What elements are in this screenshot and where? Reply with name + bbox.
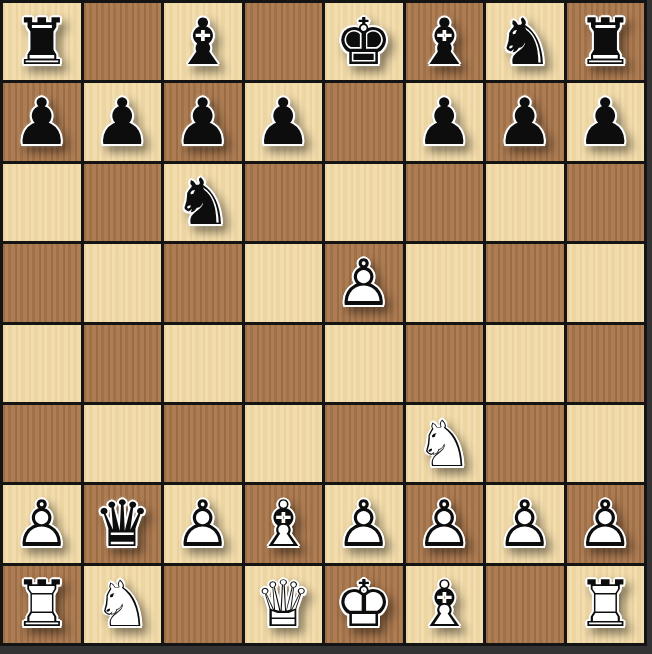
square-h7[interactable]: ♟: [567, 83, 645, 160]
white-rook-a1[interactable]: ♜♖: [13, 572, 70, 636]
white-queen-d1[interactable]: ♛♕: [255, 572, 312, 636]
square-h2[interactable]: ♟♙: [567, 485, 645, 562]
piece-outline-layer: ♕: [255, 572, 312, 636]
piece-outline-layer: ♙: [13, 492, 70, 556]
black-bishop-f8[interactable]: ♝: [416, 10, 473, 74]
piece-outline-layer: ♗: [416, 572, 473, 636]
square-b5[interactable]: [84, 244, 162, 321]
square-b6[interactable]: [84, 164, 162, 241]
piece-outline-layer: ♖: [13, 572, 70, 636]
square-f4[interactable]: [406, 325, 484, 402]
square-b7[interactable]: ♟: [84, 83, 162, 160]
square-c7[interactable]: ♟: [164, 83, 242, 160]
black-pawn-f7[interactable]: ♟: [416, 90, 473, 154]
square-e8[interactable]: ♚: [325, 3, 403, 80]
black-pawn-a7[interactable]: ♟: [13, 90, 70, 154]
square-g7[interactable]: ♟: [486, 83, 564, 160]
black-pawn-d7[interactable]: ♟: [255, 90, 312, 154]
square-e4[interactable]: [325, 325, 403, 402]
square-h4[interactable]: [567, 325, 645, 402]
white-rook-h1[interactable]: ♜♖: [577, 572, 634, 636]
square-b3[interactable]: [84, 405, 162, 482]
piece-outline-layer: ♙: [416, 492, 473, 556]
piece-outline-layer: ♙: [335, 251, 392, 315]
square-a3[interactable]: [3, 405, 81, 482]
square-a1[interactable]: ♜♖: [3, 566, 81, 643]
square-h6[interactable]: [567, 164, 645, 241]
square-b2[interactable]: ♛: [84, 485, 162, 562]
black-pawn-b7[interactable]: ♟: [94, 90, 151, 154]
square-e5[interactable]: ♟♙: [325, 244, 403, 321]
white-pawn-e5[interactable]: ♟♙: [335, 251, 392, 315]
square-c6[interactable]: ♞: [164, 164, 242, 241]
black-rook-a8[interactable]: ♜: [13, 10, 70, 74]
white-pawn-e2[interactable]: ♟♙: [335, 492, 392, 556]
square-f8[interactable]: ♝: [406, 3, 484, 80]
square-b8[interactable]: [84, 3, 162, 80]
square-g4[interactable]: [486, 325, 564, 402]
square-d6[interactable]: [245, 164, 323, 241]
square-h3[interactable]: [567, 405, 645, 482]
square-b4[interactable]: [84, 325, 162, 402]
white-bishop-f1[interactable]: ♝♗: [416, 572, 473, 636]
square-e7[interactable]: [325, 83, 403, 160]
piece-outline-layer: ♙: [496, 492, 553, 556]
piece-outline-layer: ♙: [577, 492, 634, 556]
square-f3[interactable]: ♞♘: [406, 405, 484, 482]
square-a7[interactable]: ♟: [3, 83, 81, 160]
piece-outline-layer: ♙: [335, 492, 392, 556]
square-f5[interactable]: [406, 244, 484, 321]
black-pawn-c7[interactable]: ♟: [174, 90, 231, 154]
square-g2[interactable]: ♟♙: [486, 485, 564, 562]
square-d8[interactable]: [245, 3, 323, 80]
black-pawn-g7[interactable]: ♟: [496, 90, 553, 154]
square-g8[interactable]: ♞: [486, 3, 564, 80]
square-e1[interactable]: ♚♔: [325, 566, 403, 643]
square-h1[interactable]: ♜♖: [567, 566, 645, 643]
square-a2[interactable]: ♟♙: [3, 485, 81, 562]
square-c1[interactable]: [164, 566, 242, 643]
square-b1[interactable]: ♞♘: [84, 566, 162, 643]
square-c3[interactable]: [164, 405, 242, 482]
square-c8[interactable]: ♝: [164, 3, 242, 80]
black-king-e8[interactable]: ♚: [335, 10, 392, 74]
square-a4[interactable]: [3, 325, 81, 402]
square-d2[interactable]: ♝♗: [245, 485, 323, 562]
square-c2[interactable]: ♟♙: [164, 485, 242, 562]
white-knight-b1[interactable]: ♞♘: [94, 572, 151, 636]
white-pawn-f2[interactable]: ♟♙: [416, 492, 473, 556]
square-h5[interactable]: [567, 244, 645, 321]
white-pawn-c2[interactable]: ♟♙: [174, 492, 231, 556]
white-king-e1[interactable]: ♚♔: [335, 572, 392, 636]
piece-outline-layer: ♗: [255, 492, 312, 556]
square-a5[interactable]: [3, 244, 81, 321]
black-pawn-h7[interactable]: ♟: [577, 90, 634, 154]
square-e6[interactable]: [325, 164, 403, 241]
square-g1[interactable]: [486, 566, 564, 643]
square-d3[interactable]: [245, 405, 323, 482]
white-pawn-g2[interactable]: ♟♙: [496, 492, 553, 556]
white-knight-f3[interactable]: ♞♘: [416, 412, 473, 476]
square-e2[interactable]: ♟♙: [325, 485, 403, 562]
board-frame: ♜♝♚♝♞♜♟♟♟♟♟♟♟♞♟♙♞♘♟♙♛♟♙♝♗♟♙♟♙♟♙♟♙♜♖♞♘♛♕♚…: [0, 0, 652, 654]
black-bishop-c8[interactable]: ♝: [174, 10, 231, 74]
square-d7[interactable]: ♟: [245, 83, 323, 160]
black-knight-g8[interactable]: ♞: [496, 10, 553, 74]
chess-board: ♜♝♚♝♞♜♟♟♟♟♟♟♟♞♟♙♞♘♟♙♛♟♙♝♗♟♙♟♙♟♙♟♙♜♖♞♘♛♕♚…: [0, 0, 647, 646]
piece-outline-layer: ♘: [416, 412, 473, 476]
square-a6[interactable]: [3, 164, 81, 241]
square-g5[interactable]: [486, 244, 564, 321]
black-queen-b2[interactable]: ♛: [94, 492, 151, 556]
square-f1[interactable]: ♝♗: [406, 566, 484, 643]
square-d4[interactable]: [245, 325, 323, 402]
black-rook-h8[interactable]: ♜: [577, 10, 634, 74]
white-pawn-h2[interactable]: ♟♙: [577, 492, 634, 556]
white-pawn-a2[interactable]: ♟♙: [13, 492, 70, 556]
square-d1[interactable]: ♛♕: [245, 566, 323, 643]
piece-outline-layer: ♙: [174, 492, 231, 556]
black-knight-c6[interactable]: ♞: [174, 170, 231, 234]
square-a8[interactable]: ♜: [3, 3, 81, 80]
square-h8[interactable]: ♜: [567, 3, 645, 80]
square-g3[interactable]: [486, 405, 564, 482]
square-c5[interactable]: [164, 244, 242, 321]
square-e3[interactable]: [325, 405, 403, 482]
white-bishop-d2[interactable]: ♝♗: [255, 492, 312, 556]
square-f7[interactable]: ♟: [406, 83, 484, 160]
piece-outline-layer: ♖: [577, 572, 634, 636]
piece-outline-layer: ♔: [335, 572, 392, 636]
square-f2[interactable]: ♟♙: [406, 485, 484, 562]
square-c4[interactable]: [164, 325, 242, 402]
square-d5[interactable]: [245, 244, 323, 321]
piece-outline-layer: ♘: [94, 572, 151, 636]
square-g6[interactable]: [486, 164, 564, 241]
square-f6[interactable]: [406, 164, 484, 241]
